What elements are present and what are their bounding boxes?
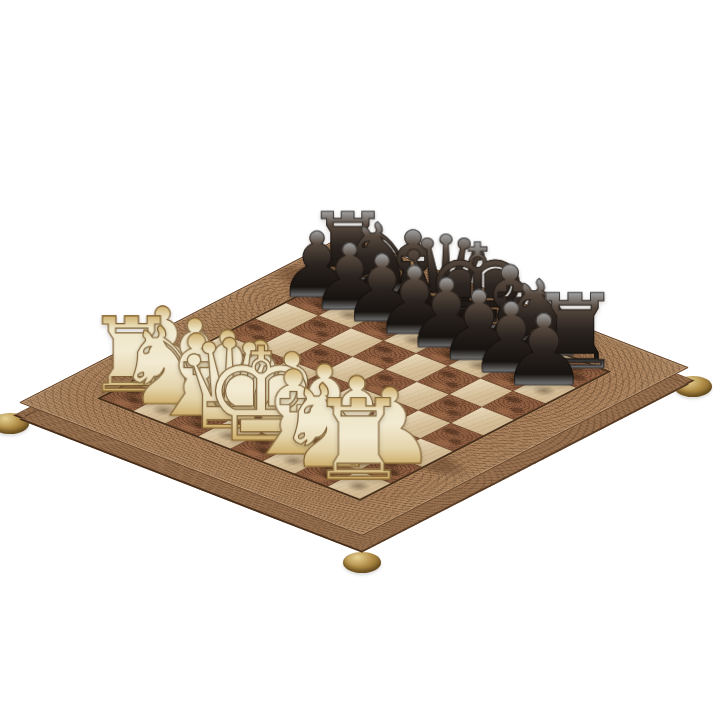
chess-board: ♜♞♝♛♚♝♞♜♟♟♟♟♟♟♟♟♟♟♟♟♟♟♟♟♜♞♝♛♚♝♞♜	[19, 234, 688, 535]
square-h1[interactable]: ♜	[328, 471, 390, 499]
product-photo-canvas: ♜♞♝♛♚♝♞♜♟♟♟♟♟♟♟♟♟♟♟♟♟♟♟♟♜♞♝♛♚♝♞♜	[0, 0, 713, 713]
brass-foot-near	[343, 552, 381, 573]
white-rook-glyph: ♜	[269, 384, 449, 496]
chess-set-scene: ♜♞♝♛♚♝♞♜♟♟♟♟♟♟♟♟♟♟♟♟♟♟♟♟♜♞♝♛♚♝♞♜	[0, 0, 713, 713]
